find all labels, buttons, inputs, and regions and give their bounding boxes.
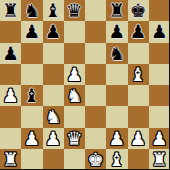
square-e3[interactable] <box>85 106 106 127</box>
square-d6[interactable] <box>64 43 85 64</box>
square-a8[interactable]: ♜ <box>0 0 21 21</box>
square-f8[interactable]: ♜ <box>106 0 127 21</box>
piece-black-bishop[interactable]: ♝ <box>24 85 41 106</box>
piece-black-pawn[interactable]: ♟ <box>45 21 62 42</box>
piece-black-queen[interactable]: ♛ <box>66 0 83 21</box>
square-h8[interactable] <box>149 0 170 21</box>
square-e2[interactable] <box>85 128 106 149</box>
piece-white-rook[interactable]: ♜ <box>151 149 168 170</box>
piece-white-bishop[interactable]: ♝ <box>130 64 147 85</box>
piece-white-pawn[interactable]: ♟ <box>130 128 147 149</box>
piece-white-king[interactable]: ♚ <box>87 149 104 170</box>
piece-white-pawn[interactable]: ♟ <box>24 128 41 149</box>
square-h2[interactable]: ♟ <box>149 128 170 149</box>
square-a6[interactable]: ♟ <box>0 43 21 64</box>
square-e4[interactable] <box>85 85 106 106</box>
square-g5[interactable]: ♝ <box>128 64 149 85</box>
piece-white-knight[interactable]: ♞ <box>45 106 62 127</box>
square-f4[interactable] <box>106 85 127 106</box>
piece-white-pawn[interactable]: ♟ <box>66 64 83 85</box>
piece-black-pawn[interactable]: ♟ <box>151 21 168 42</box>
square-d1[interactable] <box>64 149 85 170</box>
square-d5[interactable]: ♟ <box>64 64 85 85</box>
square-c1[interactable] <box>43 149 64 170</box>
square-f2[interactable]: ♟ <box>106 128 127 149</box>
square-e6[interactable] <box>85 43 106 64</box>
square-d3[interactable] <box>64 106 85 127</box>
square-b6[interactable] <box>21 43 42 64</box>
square-f5[interactable] <box>106 64 127 85</box>
square-g4[interactable] <box>128 85 149 106</box>
square-b7[interactable]: ♟ <box>21 21 42 42</box>
piece-white-pawn[interactable]: ♟ <box>151 128 168 149</box>
square-e8[interactable] <box>85 0 106 21</box>
square-f3[interactable] <box>106 106 127 127</box>
piece-white-queen[interactable]: ♛ <box>66 128 83 149</box>
square-f1[interactable]: ♝ <box>106 149 127 170</box>
square-g6[interactable] <box>128 43 149 64</box>
chess-board: ♜♞♝♛♜♚♟♟♟♟♟♟♞♟♝♟♝♞♞♟♟♛♟♟♟♜♚♝♜ <box>0 0 170 170</box>
square-c3[interactable]: ♞ <box>43 106 64 127</box>
piece-white-pawn[interactable]: ♟ <box>109 128 126 149</box>
piece-black-rook[interactable]: ♜ <box>2 0 19 21</box>
piece-white-knight[interactable]: ♞ <box>66 85 83 106</box>
square-h4[interactable] <box>149 85 170 106</box>
piece-black-pawn[interactable]: ♟ <box>109 21 126 42</box>
piece-white-rook[interactable]: ♜ <box>2 149 19 170</box>
square-e1[interactable]: ♚ <box>85 149 106 170</box>
square-h1[interactable]: ♜ <box>149 149 170 170</box>
piece-black-pawn[interactable]: ♟ <box>130 21 147 42</box>
piece-white-pawn[interactable]: ♟ <box>45 128 62 149</box>
square-c2[interactable]: ♟ <box>43 128 64 149</box>
square-b1[interactable] <box>21 149 42 170</box>
square-h7[interactable]: ♟ <box>149 21 170 42</box>
square-c8[interactable]: ♝ <box>43 0 64 21</box>
square-b3[interactable] <box>21 106 42 127</box>
square-b4[interactable]: ♝ <box>21 85 42 106</box>
square-a3[interactable] <box>0 106 21 127</box>
square-b2[interactable]: ♟ <box>21 128 42 149</box>
square-d8[interactable]: ♛ <box>64 0 85 21</box>
square-b8[interactable]: ♞ <box>21 0 42 21</box>
piece-white-bishop[interactable]: ♝ <box>109 149 126 170</box>
square-g2[interactable]: ♟ <box>128 128 149 149</box>
square-h3[interactable] <box>149 106 170 127</box>
square-a4[interactable]: ♟ <box>0 85 21 106</box>
piece-black-pawn[interactable]: ♟ <box>24 21 41 42</box>
square-a5[interactable] <box>0 64 21 85</box>
square-a7[interactable] <box>0 21 21 42</box>
square-d7[interactable] <box>64 21 85 42</box>
square-a1[interactable]: ♜ <box>0 149 21 170</box>
square-b5[interactable] <box>21 64 42 85</box>
piece-black-pawn[interactable]: ♟ <box>2 43 19 64</box>
square-c7[interactable]: ♟ <box>43 21 64 42</box>
square-f6[interactable]: ♞ <box>106 43 127 64</box>
piece-black-bishop[interactable]: ♝ <box>45 0 62 21</box>
square-f7[interactable]: ♟ <box>106 21 127 42</box>
square-g3[interactable] <box>128 106 149 127</box>
square-g8[interactable]: ♚ <box>128 0 149 21</box>
piece-black-rook[interactable]: ♜ <box>109 0 126 21</box>
square-h6[interactable] <box>149 43 170 64</box>
square-e5[interactable] <box>85 64 106 85</box>
piece-black-knight[interactable]: ♞ <box>24 0 41 21</box>
square-c5[interactable] <box>43 64 64 85</box>
square-d2[interactable]: ♛ <box>64 128 85 149</box>
piece-white-pawn[interactable]: ♟ <box>2 85 19 106</box>
square-g1[interactable] <box>128 149 149 170</box>
square-h5[interactable] <box>149 64 170 85</box>
square-a2[interactable] <box>0 128 21 149</box>
square-g7[interactable]: ♟ <box>128 21 149 42</box>
square-e7[interactable] <box>85 21 106 42</box>
square-c4[interactable] <box>43 85 64 106</box>
square-c6[interactable] <box>43 43 64 64</box>
piece-black-king[interactable]: ♚ <box>130 0 147 21</box>
square-d4[interactable]: ♞ <box>64 85 85 106</box>
piece-black-knight[interactable]: ♞ <box>109 43 126 64</box>
